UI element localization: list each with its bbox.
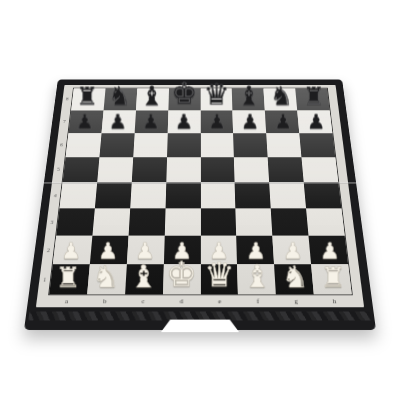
square-b8[interactable]: ♞	[103, 88, 137, 110]
square-g6[interactable]	[266, 133, 301, 157]
square-c1[interactable]: ♝	[125, 264, 164, 294]
product-photo-scene: ♜♞♝♚♛♝♞♜♟♟♟♟♟♟♟♟♟♟♟♟♟♟♟♟♜♞♝♚♛♝♞♜ abcdefg…	[0, 0, 400, 400]
square-a5[interactable]	[63, 157, 100, 182]
file-label-f: f	[239, 296, 278, 306]
piece-white-pawn[interactable]: ♟	[319, 240, 339, 263]
square-g8[interactable]: ♞	[264, 88, 298, 110]
square-g3[interactable]	[271, 208, 309, 235]
square-a1[interactable]: ♜	[49, 264, 89, 294]
file-label-c: c	[124, 296, 163, 306]
square-c4[interactable]	[130, 182, 166, 208]
piece-black-queen[interactable]: ♛	[204, 80, 230, 109]
square-a3[interactable]	[56, 208, 94, 235]
piece-black-pawn[interactable]: ♟	[208, 112, 226, 132]
square-b1[interactable]: ♞	[87, 264, 127, 294]
square-b6[interactable]	[99, 133, 134, 157]
square-c7[interactable]: ♟	[134, 110, 168, 133]
square-c8[interactable]: ♝	[136, 88, 169, 110]
square-e5[interactable]	[200, 157, 234, 182]
piece-white-knight[interactable]: ♞	[93, 262, 120, 292]
piece-black-knight[interactable]: ♞	[108, 83, 131, 109]
square-h3[interactable]	[306, 208, 345, 235]
square-d3[interactable]	[164, 208, 200, 235]
square-f6[interactable]	[233, 133, 267, 157]
square-e7[interactable]: ♟	[200, 110, 233, 133]
file-label-d: d	[162, 296, 200, 306]
piece-white-bishop[interactable]: ♝	[243, 261, 271, 292]
piece-white-rook[interactable]: ♜	[56, 264, 81, 292]
file-label-a: a	[47, 296, 86, 306]
chess-case-frame: ♜♞♝♚♛♝♞♜♟♟♟♟♟♟♟♟♟♟♟♟♟♟♟♟♜♞♝♚♛♝♞♜ abcdefg…	[24, 80, 376, 330]
square-g4[interactable]	[269, 182, 306, 208]
square-h1[interactable]: ♜	[311, 264, 352, 294]
square-e1[interactable]: ♛	[200, 264, 238, 294]
piece-white-rook[interactable]: ♜	[320, 264, 345, 292]
square-f1[interactable]: ♝	[237, 264, 276, 294]
piece-white-pawn[interactable]: ♟	[61, 240, 81, 263]
square-d4[interactable]	[165, 182, 200, 208]
square-b5[interactable]	[97, 157, 133, 182]
piece-white-bishop[interactable]: ♝	[130, 261, 158, 292]
piece-black-pawn[interactable]: ♟	[142, 112, 160, 132]
square-d8[interactable]: ♚	[168, 88, 200, 110]
square-h7[interactable]: ♟	[297, 110, 332, 133]
square-g7[interactable]: ♟	[265, 110, 299, 133]
rank-label-5: 5	[53, 157, 64, 182]
square-f8[interactable]: ♝	[232, 88, 265, 110]
square-c3[interactable]	[128, 208, 165, 235]
square-d6[interactable]	[167, 133, 201, 157]
piece-black-knight[interactable]: ♞	[270, 83, 293, 109]
piece-black-pawn[interactable]: ♟	[307, 112, 325, 132]
piece-black-rook[interactable]: ♜	[303, 85, 325, 109]
file-label-h: h	[315, 296, 354, 306]
frame-texture-strip	[28, 311, 372, 320]
board-margin: ♜♞♝♚♛♝♞♜♟♟♟♟♟♟♟♟♟♟♟♟♟♟♟♟♜♞♝♚♛♝♞♜ abcdefg…	[36, 85, 364, 307]
square-e3[interactable]	[200, 208, 236, 235]
square-a4[interactable]	[60, 182, 98, 208]
square-f7[interactable]: ♟	[233, 110, 267, 133]
case-latch-recess	[161, 320, 239, 332]
square-h8[interactable]: ♜	[295, 88, 329, 110]
square-a2[interactable]: ♟	[53, 236, 92, 265]
square-g5[interactable]	[268, 157, 304, 182]
piece-black-bishop[interactable]: ♝	[237, 82, 261, 109]
square-b3[interactable]	[92, 208, 130, 235]
piece-black-pawn[interactable]: ♟	[109, 112, 127, 132]
square-d5[interactable]	[166, 157, 200, 182]
file-label-g: g	[277, 296, 316, 306]
square-h5[interactable]	[302, 157, 339, 182]
chess-board[interactable]: ♜♞♝♚♛♝♞♜♟♟♟♟♟♟♟♟♟♟♟♟♟♟♟♟♜♞♝♚♛♝♞♜	[48, 88, 353, 296]
square-b7[interactable]: ♟	[101, 110, 135, 133]
square-c5[interactable]	[132, 157, 167, 182]
square-d1[interactable]: ♚	[163, 264, 201, 294]
square-h2[interactable]: ♟	[309, 236, 348, 265]
square-e6[interactable]	[200, 133, 234, 157]
square-f3[interactable]	[236, 208, 273, 235]
square-d7[interactable]: ♟	[167, 110, 200, 133]
piece-white-king[interactable]: ♚	[166, 257, 197, 292]
square-b4[interactable]	[95, 182, 132, 208]
square-h4[interactable]	[304, 182, 342, 208]
square-a6[interactable]	[66, 133, 102, 157]
piece-black-pawn[interactable]: ♟	[175, 112, 193, 132]
piece-black-rook[interactable]: ♜	[77, 85, 99, 109]
square-a7[interactable]: ♟	[68, 110, 103, 133]
file-label-e: e	[200, 296, 238, 306]
square-e4[interactable]	[200, 182, 235, 208]
piece-black-pawn[interactable]: ♟	[241, 112, 259, 132]
square-c6[interactable]	[133, 133, 167, 157]
square-a8[interactable]: ♜	[71, 88, 105, 110]
file-labels: abcdefgh	[47, 296, 354, 306]
piece-black-bishop[interactable]: ♝	[140, 82, 164, 109]
file-label-b: b	[85, 296, 124, 306]
square-f5[interactable]	[234, 157, 269, 182]
square-e8[interactable]: ♛	[200, 88, 232, 110]
square-f4[interactable]	[235, 182, 271, 208]
piece-black-king[interactable]: ♚	[171, 79, 198, 109]
piece-white-queen[interactable]: ♛	[204, 258, 234, 292]
piece-black-pawn[interactable]: ♟	[274, 112, 292, 132]
square-g1[interactable]: ♞	[274, 264, 314, 294]
square-h6[interactable]	[299, 133, 335, 157]
piece-white-knight[interactable]: ♞	[281, 262, 308, 292]
piece-black-pawn[interactable]: ♟	[76, 112, 94, 132]
